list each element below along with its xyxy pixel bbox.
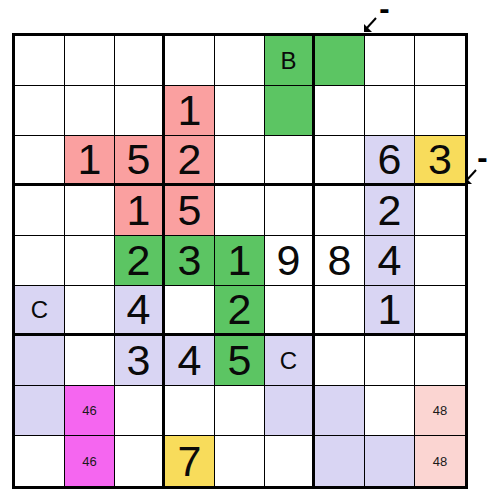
cell-r4c9[interactable] [415, 186, 465, 236]
cell-r3c7[interactable] [315, 136, 365, 186]
cell-r4c5[interactable] [215, 186, 265, 236]
cell-r7c2[interactable] [65, 336, 115, 386]
cell-r2c5[interactable] [215, 86, 265, 136]
cell-r5c6[interactable]: 9 [265, 236, 315, 286]
cell-r3c9[interactable]: 3 [415, 136, 465, 186]
cell-r1c1[interactable] [15, 36, 65, 86]
cell-r6c3[interactable]: 4 [115, 286, 165, 336]
cell-r1c7[interactable] [315, 36, 365, 86]
cell-r8c3[interactable] [115, 386, 165, 436]
cell-r2c8[interactable] [365, 86, 415, 136]
cell-r7c6[interactable]: C [265, 336, 315, 386]
cell-r4c3[interactable]: 1 [115, 186, 165, 236]
cell-r6c8[interactable]: 1 [365, 286, 415, 336]
cell-r9c5[interactable] [215, 436, 265, 486]
cell-r1c4[interactable] [165, 36, 215, 86]
cell-r5c2[interactable] [65, 236, 115, 286]
cell-r3c8[interactable]: 6 [365, 136, 415, 186]
cell-r7c4[interactable]: 4 [165, 336, 215, 386]
cell-r6c6[interactable] [265, 286, 315, 336]
cell-r8c2[interactable]: 46 [65, 386, 115, 436]
cell-r5c9[interactable] [415, 236, 465, 286]
cell-r2c7[interactable] [315, 86, 365, 136]
cell-r6c4[interactable] [165, 286, 215, 336]
cell-r2c3[interactable] [115, 86, 165, 136]
top-minus-label: - [379, 0, 390, 23]
cell-r7c1[interactable] [15, 336, 65, 386]
cell-r8c9[interactable]: 48 [415, 386, 465, 436]
cell-r8c1[interactable] [15, 386, 65, 436]
cell-r3c5[interactable] [215, 136, 265, 186]
cell-r9c7[interactable] [315, 436, 365, 486]
cell-r3c4[interactable]: 2 [165, 136, 215, 186]
cell-r5c7[interactable]: 8 [315, 236, 365, 286]
cell-r6c1[interactable]: C [15, 286, 65, 336]
cell-r9c4[interactable]: 7 [165, 436, 215, 486]
cell-r8c8[interactable] [365, 386, 415, 436]
cell-r9c6[interactable] [265, 436, 315, 486]
cell-r1c2[interactable] [65, 36, 115, 86]
cell-r5c8[interactable]: 4 [365, 236, 415, 286]
cell-r6c2[interactable] [65, 286, 115, 336]
cell-r4c7[interactable] [315, 186, 365, 236]
cell-r9c9[interactable]: 48 [415, 436, 465, 486]
cell-r7c7[interactable] [315, 336, 365, 386]
cell-r9c2[interactable]: 46 [65, 436, 115, 486]
cell-r1c5[interactable] [215, 36, 265, 86]
cell-r3c3[interactable]: 5 [115, 136, 165, 186]
cell-r7c3[interactable]: 3 [115, 336, 165, 386]
cell-r1c8[interactable] [365, 36, 415, 86]
cell-r5c3[interactable]: 2 [115, 236, 165, 286]
cell-r4c2[interactable] [65, 186, 115, 236]
cell-r3c2[interactable]: 1 [65, 136, 115, 186]
cell-r9c3[interactable] [115, 436, 165, 486]
cell-r5c5[interactable]: 1 [215, 236, 265, 286]
cell-r1c3[interactable] [115, 36, 165, 86]
cell-r2c2[interactable] [65, 86, 115, 136]
cell-r4c1[interactable] [15, 186, 65, 236]
cell-r7c9[interactable] [415, 336, 465, 386]
cell-r7c8[interactable] [365, 336, 415, 386]
cell-r8c6[interactable] [265, 386, 315, 436]
cell-r2c1[interactable] [15, 86, 65, 136]
cell-r2c9[interactable] [415, 86, 465, 136]
sudoku-board: B115263152231984C421345C464846748 [12, 33, 468, 489]
cell-r4c6[interactable] [265, 186, 315, 236]
cell-r4c4[interactable]: 5 [165, 186, 215, 236]
cell-r9c8[interactable] [365, 436, 415, 486]
cell-r6c9[interactable] [415, 286, 465, 336]
cell-r6c7[interactable] [315, 286, 365, 336]
cell-r5c4[interactable]: 3 [165, 236, 215, 286]
cell-r3c6[interactable] [265, 136, 315, 186]
cell-r9c1[interactable] [15, 436, 65, 486]
cell-r2c4[interactable]: 1 [165, 86, 215, 136]
cell-r1c9[interactable] [415, 36, 465, 86]
cell-r2c6[interactable] [265, 86, 315, 136]
cell-r8c7[interactable] [315, 386, 365, 436]
cell-r4c8[interactable]: 2 [365, 186, 415, 236]
cell-r6c5[interactable]: 2 [215, 286, 265, 336]
cell-r7c5[interactable]: 5 [215, 336, 265, 386]
cell-r8c4[interactable] [165, 386, 215, 436]
cell-r5c1[interactable] [15, 236, 65, 286]
cell-r8c5[interactable] [215, 386, 265, 436]
puzzle-page: - - B115263152231984C421345C464846748 [0, 0, 500, 500]
cell-r3c1[interactable] [15, 136, 65, 186]
cell-r1c6[interactable]: B [265, 36, 315, 86]
